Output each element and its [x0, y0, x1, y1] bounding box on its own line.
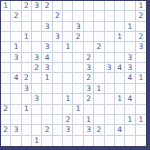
grid-cell-r2c5[interactable]: [53, 22, 63, 32]
clue-cell-r10c2-value-1[interactable]: 1: [22, 105, 32, 115]
grid-cell-r4c3[interactable]: [32, 42, 42, 52]
grid-cell-r4c0[interactable]: [1, 42, 11, 52]
grid-cell-r2c9[interactable]: [94, 22, 104, 32]
grid-cell-r8c4[interactable]: [42, 84, 52, 94]
grid-cell-r13c13[interactable]: [136, 136, 146, 146]
grid-cell-r0c5[interactable]: [53, 1, 63, 11]
grid-cell-r6c13[interactable]: [136, 63, 146, 73]
grid-cell-r11c9[interactable]: [94, 115, 104, 125]
clue-cell-r3c5-value-3[interactable]: 3: [53, 32, 63, 42]
grid-cell-r10c12[interactable]: [125, 105, 135, 115]
grid-cell-r0c11[interactable]: [115, 1, 125, 11]
clue-cell-r6c10-value-3[interactable]: 3: [105, 63, 115, 73]
grid-cell-r2c10[interactable]: [105, 22, 115, 32]
grid-cell-r12c10[interactable]: [105, 125, 115, 135]
grid-cell-r10c10[interactable]: [105, 105, 115, 115]
grid-cell-r13c11[interactable]: [115, 136, 125, 146]
grid-cell-r2c2[interactable]: [22, 22, 32, 32]
grid-cell-r7c3[interactable]: [32, 73, 42, 83]
grid-cell-r5c9[interactable]: [94, 53, 104, 63]
clue-cell-r12c9-value-2[interactable]: 2: [94, 125, 104, 135]
grid-cell-r0c9[interactable]: [94, 1, 104, 11]
grid-cell-r10c1[interactable]: [11, 105, 21, 115]
grid-cell-r1c2[interactable]: [22, 11, 32, 21]
grid-cell-r9c2[interactable]: [22, 94, 32, 104]
grid-cell-r7c6[interactable]: [63, 73, 73, 83]
grid-cell-r8c0[interactable]: [1, 84, 11, 94]
grid-cell-r3c6[interactable]: [63, 32, 73, 42]
grid-cell-r6c7[interactable]: [73, 63, 83, 73]
clue-cell-r7c1-value-4[interactable]: 4: [11, 73, 21, 83]
clue-cell-r7c4-value-1[interactable]: 1: [42, 73, 52, 83]
grid-cell-r11c11[interactable]: [115, 115, 125, 125]
grid-cell-r4c10[interactable]: [105, 42, 115, 52]
grid-cell-r11c5[interactable]: [53, 115, 63, 125]
grid-cell-r13c7[interactable]: [73, 136, 83, 146]
grid-cell-r4c2[interactable]: [22, 42, 32, 52]
grid-cell-r7c10[interactable]: [105, 73, 115, 83]
grid-cell-r4c8[interactable]: [84, 42, 94, 52]
grid-cell-r9c9[interactable]: [94, 94, 104, 104]
clue-cell-r0c4-value-2[interactable]: 2: [42, 1, 52, 11]
clue-cell-r4c13-value-3[interactable]: 3: [136, 42, 146, 52]
grid-cell-r13c9[interactable]: [94, 136, 104, 146]
grid-cell-r7c0[interactable]: [1, 73, 11, 83]
grid-cell-r13c8[interactable]: [84, 136, 94, 146]
grid-cell-r1c6[interactable]: [63, 11, 73, 21]
grid-cell-r0c10[interactable]: [105, 1, 115, 11]
clue-cell-r6c3-value-2[interactable]: 2: [32, 63, 42, 73]
clue-cell-r13c3-value-1[interactable]: 1: [32, 136, 42, 146]
grid-cell-r3c12[interactable]: [125, 32, 135, 42]
grid-cell-r11c10[interactable]: [105, 115, 115, 125]
clue-cell-r2c7-value-3[interactable]: 3: [73, 22, 83, 32]
grid-cell-r2c1[interactable]: [11, 22, 21, 32]
grid-cell-r7c11[interactable]: [115, 73, 125, 83]
grid-cell-r8c1[interactable]: [11, 84, 21, 94]
clue-cell-r12c4-value-2[interactable]: 2: [42, 125, 52, 135]
grid-cell-r9c10[interactable]: [105, 94, 115, 104]
clue-cell-r6c4-value-3[interactable]: 3: [42, 63, 52, 73]
grid-cell-r8c5[interactable]: [53, 84, 63, 94]
clue-cell-r3c7-value-2[interactable]: 2: [73, 32, 83, 42]
grid-cell-r13c12[interactable]: [125, 136, 135, 146]
grid-cell-r10c13[interactable]: [136, 105, 146, 115]
grid-cell-r5c7[interactable]: [73, 53, 83, 63]
clue-cell-r12c6-value-3[interactable]: 3: [63, 125, 73, 135]
grid-cell-r6c2[interactable]: [22, 63, 32, 73]
grid-cell-r13c0[interactable]: [1, 136, 11, 146]
grid-cell-r4c7[interactable]: [73, 42, 83, 52]
grid-cell-r3c10[interactable]: [105, 32, 115, 42]
clue-cell-r1c5-value-2[interactable]: 2: [53, 11, 63, 21]
clue-cell-r9c6-value-1[interactable]: 1: [63, 94, 73, 104]
clue-cell-r12c8-value-3[interactable]: 3: [84, 125, 94, 135]
clue-cell-r6c11-value-4[interactable]: 4: [115, 63, 125, 73]
grid-cell-r12c7[interactable]: [73, 125, 83, 135]
grid-cell-r9c5[interactable]: [53, 94, 63, 104]
clue-cell-r2c4-value-3[interactable]: 3: [42, 22, 52, 32]
grid-cell-r5c2[interactable]: [22, 53, 32, 63]
grid-cell-r8c11[interactable]: [115, 84, 125, 94]
grid-cell-r3c4[interactable]: [42, 32, 52, 42]
clue-cell-r4c4-value-3[interactable]: 3: [42, 42, 52, 52]
clue-cell-r9c3-value-3[interactable]: 3: [32, 94, 42, 104]
grid-cell-r3c0[interactable]: [1, 32, 11, 42]
grid-cell-r12c13[interactable]: [136, 125, 146, 135]
clue-cell-r8c8-value-3[interactable]: 3: [84, 84, 94, 94]
clue-cell-r8c9-value-1[interactable]: 1: [94, 84, 104, 94]
grid-cell-r6c9[interactable]: [94, 63, 104, 73]
grid-cell-r10c11[interactable]: [115, 105, 125, 115]
clue-cell-r0c2-value-2[interactable]: 2: [22, 1, 32, 11]
clue-cell-r10c0-value-2[interactable]: 2: [1, 105, 11, 115]
grid-cell-r0c7[interactable]: [73, 1, 83, 11]
grid-cell-r13c10[interactable]: [105, 136, 115, 146]
grid-cell-r3c1[interactable]: [11, 32, 21, 42]
grid-cell-r11c4[interactable]: [42, 115, 52, 125]
clue-cell-r3c11-value-1[interactable]: 1: [115, 32, 125, 42]
grid-cell-r3c9[interactable]: [94, 32, 104, 42]
clue-cell-r7c8-value-2[interactable]: 2: [84, 73, 94, 83]
grid-cell-r11c1[interactable]: [11, 115, 21, 125]
clue-cell-r0c0-value-1[interactable]: 1: [1, 1, 11, 11]
grid-cell-r13c5[interactable]: [53, 136, 63, 146]
clue-cell-r6c12-value-3[interactable]: 3: [125, 63, 135, 73]
clue-cell-r1c13-value-2[interactable]: 2: [136, 11, 146, 21]
clue-cell-r12c1-value-3[interactable]: 3: [11, 125, 21, 135]
grid-cell-r11c7[interactable]: [73, 115, 83, 125]
grid-cell-r5c10[interactable]: [105, 53, 115, 63]
grid-cell-r1c9[interactable]: [94, 11, 104, 21]
grid-cell-r5c13[interactable]: [136, 53, 146, 63]
grid-cell-r1c8[interactable]: [84, 11, 94, 21]
grid-cell-r1c7[interactable]: [73, 11, 83, 21]
grid-cell-r9c1[interactable]: [11, 94, 21, 104]
grid-cell-r5c6[interactable]: [63, 53, 73, 63]
grid-cell-r13c4[interactable]: [42, 136, 52, 146]
grid-cell-r9c4[interactable]: [42, 94, 52, 104]
clue-cell-r12c11-value-4[interactable]: 4: [115, 125, 125, 135]
clue-cell-r11c8-value-1[interactable]: 1: [84, 115, 94, 125]
grid-cell-r7c7[interactable]: [73, 73, 83, 83]
clue-cell-r10c7-value-1[interactable]: 1: [73, 105, 83, 115]
clue-cell-r5c12-value-3[interactable]: 3: [125, 53, 135, 63]
grid-cell-r1c11[interactable]: [115, 11, 125, 21]
clue-cell-r7c12-value-4[interactable]: 4: [125, 73, 135, 83]
grid-cell-r2c3[interactable]: [32, 22, 42, 32]
grid-cell-r0c1[interactable]: [11, 1, 21, 11]
grid-cell-r12c5[interactable]: [53, 125, 63, 135]
grid-cell-r10c3[interactable]: [32, 105, 42, 115]
grid-cell-r8c13[interactable]: [136, 84, 146, 94]
grid-cell-r13c2[interactable]: [22, 136, 32, 146]
clue-cell-r4c9-value-2[interactable]: 2: [94, 42, 104, 52]
clue-cell-r5c8-value-2[interactable]: 2: [84, 53, 94, 63]
clue-cell-r9c12-value-4[interactable]: 4: [125, 94, 135, 104]
clue-cell-r4c1-value-1[interactable]: 1: [11, 42, 21, 52]
clue-cell-r11c13-value-1[interactable]: 1: [136, 115, 146, 125]
grid-cell-r7c9[interactable]: [94, 73, 104, 83]
clue-cell-r3c2-value-1[interactable]: 1: [22, 32, 32, 42]
grid-cell-r12c3[interactable]: [32, 125, 42, 135]
grid-cell-r10c9[interactable]: [94, 105, 104, 115]
grid-cell-r10c4[interactable]: [42, 105, 52, 115]
grid-cell-r6c6[interactable]: [63, 63, 73, 73]
clue-cell-r7c2-value-2[interactable]: 2: [22, 73, 32, 83]
grid-cell-r8c6[interactable]: [63, 84, 73, 94]
grid-cell-r10c5[interactable]: [53, 105, 63, 115]
grid-cell-r6c5[interactable]: [53, 63, 63, 73]
clue-cell-r4c6-value-1[interactable]: 1: [63, 42, 73, 52]
grid-cell-r6c0[interactable]: [1, 63, 11, 73]
grid-cell-r0c8[interactable]: [84, 1, 94, 11]
clue-cell-r11c12-value-1[interactable]: 1: [125, 115, 135, 125]
grid-cell-r8c12[interactable]: [125, 84, 135, 94]
clue-cell-r9c8-value-2[interactable]: 2: [84, 94, 94, 104]
clue-cell-r11c6-value-2[interactable]: 2: [63, 115, 73, 125]
clue-cell-r8c2-value-3[interactable]: 3: [22, 84, 32, 94]
grid-cell-r1c4[interactable]: [42, 11, 52, 21]
clue-cell-r5c3-value-3[interactable]: 3: [32, 53, 42, 63]
grid-cell-r1c3[interactable]: [32, 11, 42, 21]
grid-cell-r5c0[interactable]: [1, 53, 11, 63]
grid-cell-r9c0[interactable]: [1, 94, 11, 104]
grid-cell-r9c13[interactable]: [136, 94, 146, 104]
grid-cell-r4c11[interactable]: [115, 42, 125, 52]
grid-cell-r7c5[interactable]: [53, 73, 63, 83]
clue-cell-r1c1-value-2[interactable]: 2: [11, 11, 21, 21]
clue-cell-r7c13-value-1[interactable]: 1: [136, 73, 146, 83]
clue-cell-r0c13-value-1[interactable]: 1: [136, 1, 146, 11]
grid-cell-r5c5[interactable]: [53, 53, 63, 63]
grid-cell-r8c3[interactable]: [32, 84, 42, 94]
grid-cell-r2c11[interactable]: [115, 22, 125, 32]
grid-cell-r4c5[interactable]: [53, 42, 63, 52]
grid-cell-r11c3[interactable]: [32, 115, 42, 125]
clue-cell-r5c4-value-4[interactable]: 4: [42, 53, 52, 63]
grid-cell-r12c12[interactable]: [125, 125, 135, 135]
grid-cell-r2c6[interactable]: [63, 22, 73, 32]
grid-cell-r13c1[interactable]: [11, 136, 21, 146]
grid-cell-r9c7[interactable]: [73, 94, 83, 104]
clue-cell-r3c13-value-2[interactable]: 2: [136, 32, 146, 42]
clue-cell-r5c1-value-3[interactable]: 3: [11, 53, 21, 63]
grid-cell-r0c12[interactable]: [125, 1, 135, 11]
clue-cell-r9c11-value-1[interactable]: 1: [115, 94, 125, 104]
grid-cell-r10c6[interactable]: [63, 105, 73, 115]
grid-cell-r1c12[interactable]: [125, 11, 135, 21]
grid-cell-r8c10[interactable]: [105, 84, 115, 94]
clue-cell-r2c12-value-1[interactable]: 1: [125, 22, 135, 32]
clue-cell-r0c3-value-3[interactable]: 3: [32, 1, 42, 11]
grid-cell-r8c7[interactable]: [73, 84, 83, 94]
grid-cell-r1c10[interactable]: [105, 11, 115, 21]
grid-cell-r13c6[interactable]: [63, 136, 73, 146]
grid-cell-r0c6[interactable]: [63, 1, 73, 11]
grid-cell-r2c0[interactable]: [1, 22, 11, 32]
grid-cell-r2c8[interactable]: [84, 22, 94, 32]
grid-cell-r1c0[interactable]: [1, 11, 11, 21]
grid-cell-r3c3[interactable]: [32, 32, 42, 42]
grid-cell-r11c0[interactable]: [1, 115, 11, 125]
clue-cell-r12c0-value-2[interactable]: 2: [1, 125, 11, 135]
grid-cell-r2c13[interactable]: [136, 22, 146, 32]
clue-cell-r6c8-value-3[interactable]: 3: [84, 63, 94, 73]
grid-cell-r12c2[interactable]: [22, 125, 32, 135]
grid-cell-r5c11[interactable]: [115, 53, 125, 63]
grid-cell-r6c1[interactable]: [11, 63, 21, 73]
grid-cell-r11c2[interactable]: [22, 115, 32, 125]
grid-cell-r3c8[interactable]: [84, 32, 94, 42]
grid-cell-r10c8[interactable]: [84, 105, 94, 115]
mosaic-puzzle-board: 1232122233113212131233342323334342124133…: [0, 0, 150, 150]
grid-cell-r4c12[interactable]: [125, 42, 135, 52]
